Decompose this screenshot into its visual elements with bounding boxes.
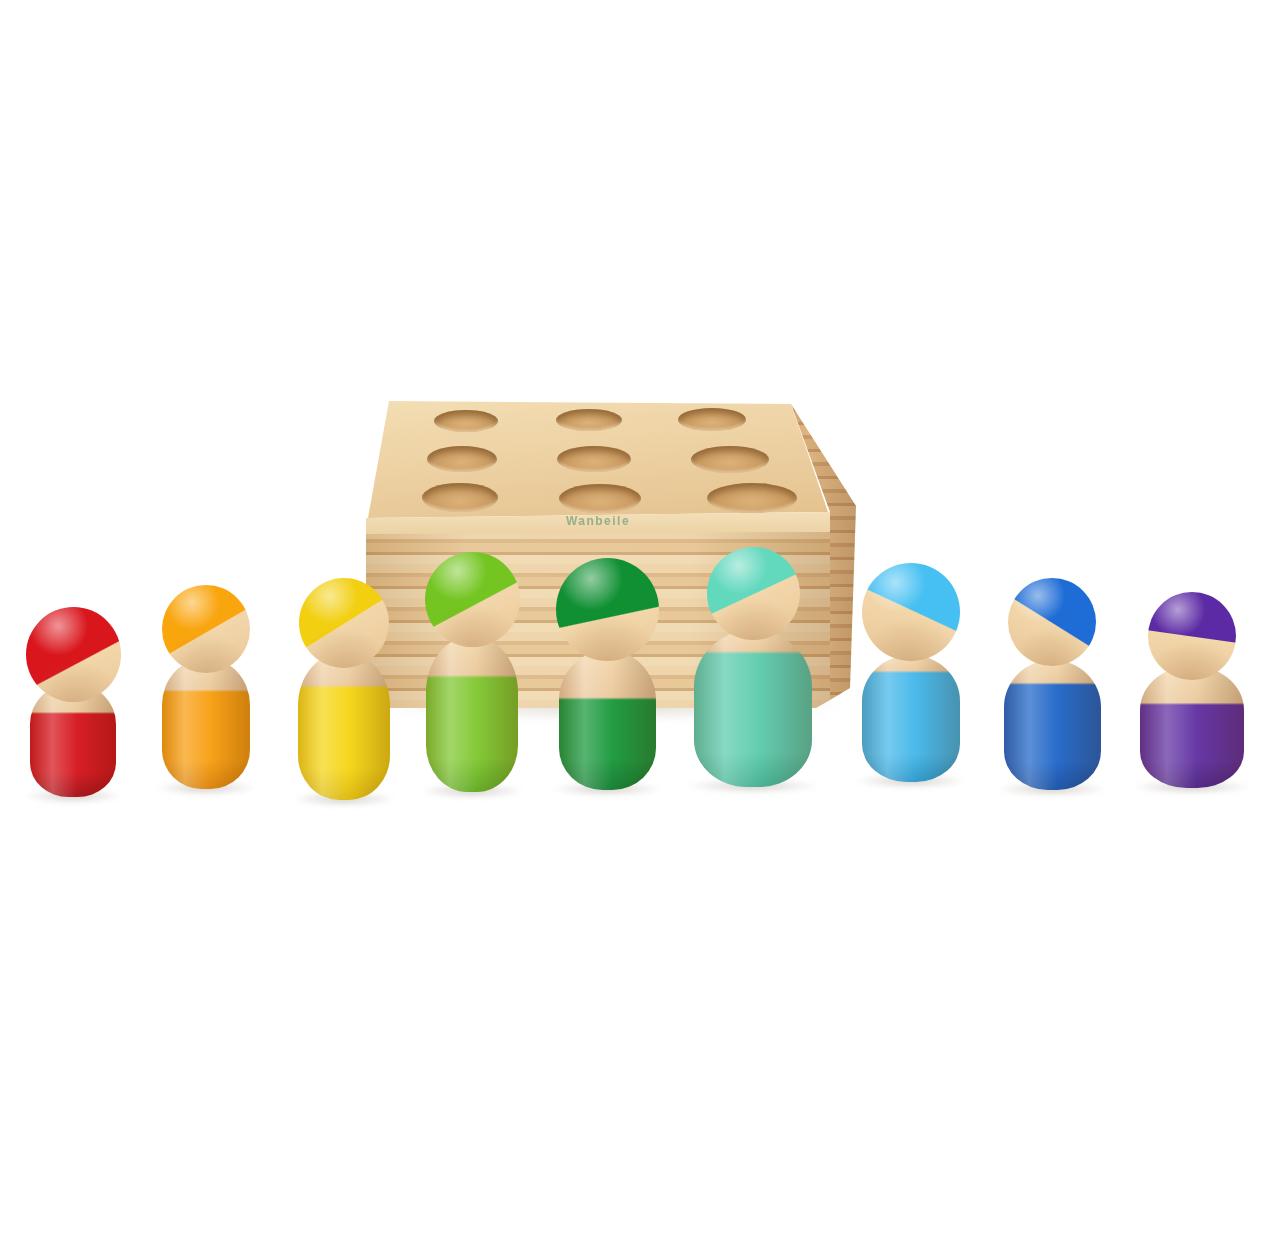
- peg-doll-yellow[interactable]: [298, 578, 390, 800]
- doll-body: [298, 652, 390, 800]
- hole-r3c3[interactable]: [707, 483, 797, 513]
- peg-doll-light-green[interactable]: [425, 552, 520, 792]
- doll-head: [707, 547, 800, 640]
- doll-head: [425, 552, 520, 647]
- peg-doll-sky-blue[interactable]: [862, 563, 960, 782]
- peg-doll-orange[interactable]: [162, 585, 250, 789]
- hole-r1c1[interactable]: [434, 410, 498, 432]
- scene: Wanbeile: [0, 0, 1271, 1260]
- doll-head: [1008, 578, 1096, 666]
- doll-body: [162, 658, 250, 789]
- peg-doll-red[interactable]: [26, 607, 121, 797]
- hole-r2c1[interactable]: [427, 446, 497, 472]
- peg-doll-royal-blue[interactable]: [1004, 578, 1101, 790]
- doll-head: [862, 563, 960, 661]
- doll-head: [1148, 592, 1236, 680]
- hole-r3c1[interactable]: [422, 483, 498, 512]
- doll-head: [299, 578, 389, 668]
- peg-doll-mint[interactable]: [694, 547, 812, 787]
- doll-body: [559, 650, 656, 790]
- hole-r2c2[interactable]: [557, 446, 631, 472]
- peg-doll-purple[interactable]: [1140, 592, 1244, 788]
- hole-r2c3[interactable]: [691, 446, 769, 473]
- doll-body: [426, 636, 518, 792]
- hole-r3c2[interactable]: [559, 484, 641, 513]
- doll-body: [1004, 660, 1101, 790]
- doll-head: [162, 585, 250, 673]
- doll-head: [556, 558, 659, 661]
- peg-doll-green[interactable]: [556, 558, 659, 790]
- doll-body: [1140, 666, 1244, 788]
- doll-head: [26, 607, 121, 702]
- doll-body: [694, 630, 812, 787]
- brand-text: Wanbeile: [566, 514, 630, 528]
- doll-body: [862, 655, 960, 782]
- hole-r1c3[interactable]: [678, 408, 746, 431]
- hole-r1c2[interactable]: [556, 409, 622, 431]
